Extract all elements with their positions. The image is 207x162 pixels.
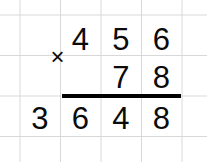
- worksheet-grid: 4 5 6 7 8 3 6 4 8: [20, 15, 182, 137]
- multiplier-digit-tens: 7: [101, 57, 142, 98]
- empty-cell-r1c0: [20, 57, 61, 98]
- result-digit-thousands: 3: [20, 99, 61, 140]
- result-digit-ones: 8: [141, 99, 182, 140]
- multiplier-digit-ones: 8: [141, 57, 182, 98]
- empty-cell-r1c1: [60, 57, 101, 98]
- multiplicand-digit-hundreds: 4: [60, 20, 101, 61]
- multiplicand-digit-ones: 6: [141, 20, 182, 61]
- product-bar-line: [62, 94, 181, 98]
- multiplication-worksheet: × 4 5 6 7 8 3 6 4 8: [0, 0, 207, 162]
- multiplicand-digit-tens: 5: [101, 20, 142, 61]
- result-digit-tens: 4: [101, 99, 142, 140]
- result-digit-hundreds: 6: [60, 99, 101, 140]
- empty-cell-r0c0: [20, 20, 61, 61]
